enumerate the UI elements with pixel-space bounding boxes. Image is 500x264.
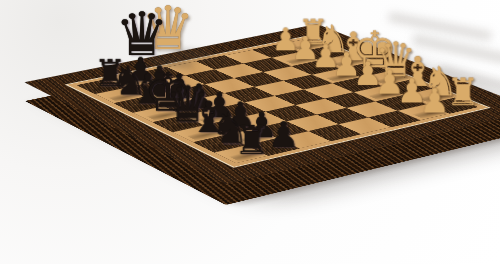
piece-white-pawn-a2[interactable]: ♟ <box>419 85 449 117</box>
piece-white-rook-a1[interactable]: ♜ <box>446 74 480 110</box>
piece-black-rook-a8[interactable]: ♜ <box>234 121 270 159</box>
product-photo-scene: ♛ ♛ ♜♟♟♜♞♟♟♞♝♟♟♝♚♟♟♚♛♟♟♛♝♟♟♝♞♟♟♞♜♟♟♜ <box>0 0 500 264</box>
board-border: ♜♟♟♜♞♟♟♞♝♟♟♝♚♟♟♚♛♟♟♛♝♟♟♝♞♟♟♞♜♟♟♜ <box>24 24 500 184</box>
extra-black-queen[interactable]: ♛ <box>115 4 169 64</box>
square-e4[interactable] <box>254 81 304 96</box>
board-scene: ♜♟♟♜♞♟♟♞♝♟♟♝♚♟♟♚♛♟♟♛♝♟♟♝♞♟♟♞♜♟♟♜ <box>24 24 500 184</box>
piece-black-pawn-a7[interactable]: ♟ <box>268 118 300 152</box>
